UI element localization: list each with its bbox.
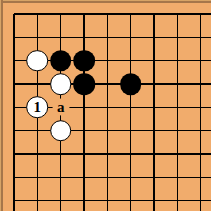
board-cell bbox=[166, 142, 189, 165]
board-cell bbox=[96, 26, 119, 49]
board-cell bbox=[72, 166, 95, 189]
grid-line-horizontal bbox=[189, 60, 211, 62]
grid-line-horizontal bbox=[14, 177, 26, 179]
grid-line-horizontal bbox=[72, 13, 95, 15]
board-cell bbox=[166, 49, 189, 72]
grid-line-horizontal bbox=[72, 177, 95, 179]
grid-line-horizontal bbox=[49, 13, 72, 15]
grid-line-vertical bbox=[200, 14, 202, 26]
grid-line-vertical bbox=[60, 14, 62, 26]
grid-line-horizontal bbox=[96, 200, 119, 202]
board-edge-left bbox=[0, 0, 3, 211]
grid-line-horizontal bbox=[14, 130, 26, 132]
board-cell bbox=[49, 72, 72, 95]
grid-line-horizontal bbox=[166, 130, 189, 132]
grid-line-horizontal bbox=[119, 107, 142, 109]
board-cell bbox=[189, 142, 211, 165]
grid-line-horizontal bbox=[26, 200, 49, 202]
grid-line-horizontal bbox=[14, 200, 26, 202]
grid-line-vertical bbox=[130, 14, 132, 26]
grid-line-horizontal bbox=[142, 13, 165, 15]
board-cell bbox=[142, 142, 165, 165]
grid-line-horizontal bbox=[119, 60, 142, 62]
board-cell bbox=[142, 96, 165, 119]
grid-line-horizontal bbox=[96, 13, 119, 15]
grid-line-horizontal bbox=[96, 60, 119, 62]
board-edge-top bbox=[0, 0, 211, 3]
board-cell bbox=[72, 72, 95, 95]
board-cell bbox=[49, 2, 72, 25]
board-cell bbox=[166, 2, 189, 25]
white-stone-move-1: 1 bbox=[27, 97, 49, 119]
grid-line-horizontal bbox=[14, 153, 26, 155]
board-cell bbox=[2, 166, 25, 189]
grid-line-horizontal bbox=[189, 153, 211, 155]
grid-line-vertical bbox=[177, 14, 179, 26]
board-cell bbox=[26, 142, 49, 165]
grid-line-horizontal bbox=[72, 153, 95, 155]
grid-line-horizontal bbox=[142, 177, 165, 179]
board-cell bbox=[142, 119, 165, 142]
grid-line-horizontal bbox=[166, 177, 189, 179]
grid-line-horizontal bbox=[142, 153, 165, 155]
board-cell bbox=[166, 72, 189, 95]
grid-line-horizontal bbox=[119, 177, 142, 179]
grid-line-horizontal bbox=[119, 200, 142, 202]
grid-line-vertical bbox=[37, 14, 39, 26]
black-stone bbox=[73, 50, 95, 72]
board-cell bbox=[96, 189, 119, 211]
board-cell bbox=[119, 189, 142, 211]
board-cell bbox=[119, 2, 142, 25]
grid-line-horizontal bbox=[166, 107, 189, 109]
board-cell bbox=[96, 166, 119, 189]
board-cell bbox=[119, 142, 142, 165]
board-cell bbox=[166, 166, 189, 189]
board-cell bbox=[72, 49, 95, 72]
board-cell bbox=[26, 189, 49, 211]
grid-line-horizontal bbox=[142, 60, 165, 62]
grid-line-horizontal bbox=[96, 37, 119, 39]
grid-line-horizontal bbox=[96, 153, 119, 155]
board-cell bbox=[166, 119, 189, 142]
board-cell bbox=[96, 49, 119, 72]
board-cell bbox=[2, 26, 25, 49]
board-cell bbox=[189, 166, 211, 189]
grid-line-horizontal bbox=[119, 13, 142, 15]
board-cell bbox=[2, 189, 25, 211]
board-cell bbox=[49, 26, 72, 49]
board-cell bbox=[189, 2, 211, 25]
black-stone bbox=[50, 50, 72, 72]
grid-line-horizontal bbox=[26, 177, 49, 179]
grid-line-horizontal bbox=[142, 200, 165, 202]
board-cell bbox=[72, 96, 95, 119]
grid-line-horizontal bbox=[166, 60, 189, 62]
grid-line-horizontal bbox=[166, 13, 189, 15]
board-cell bbox=[189, 189, 211, 211]
grid-line-horizontal bbox=[96, 83, 119, 85]
board-cell bbox=[26, 2, 49, 25]
board-cell bbox=[26, 26, 49, 49]
grid-line-horizontal bbox=[14, 60, 26, 62]
point-label-a: a bbox=[52, 99, 69, 116]
board-cell bbox=[2, 2, 25, 25]
board-cell bbox=[72, 119, 95, 142]
board-cell bbox=[119, 96, 142, 119]
grid-line-horizontal bbox=[142, 107, 165, 109]
board-cell bbox=[49, 119, 72, 142]
board-cell bbox=[189, 96, 211, 119]
grid-line-horizontal bbox=[189, 37, 211, 39]
grid-line-horizontal bbox=[119, 130, 142, 132]
board-cell bbox=[2, 119, 25, 142]
grid-line-vertical bbox=[153, 14, 155, 26]
white-stone bbox=[27, 50, 49, 72]
board-cell bbox=[49, 142, 72, 165]
board-cell bbox=[142, 2, 165, 25]
board-cell bbox=[2, 49, 25, 72]
board-cell bbox=[166, 96, 189, 119]
board-cell bbox=[166, 189, 189, 211]
board-cell bbox=[2, 96, 25, 119]
board-cell bbox=[189, 26, 211, 49]
board-cell bbox=[2, 72, 25, 95]
board-cell bbox=[72, 189, 95, 211]
board-cell bbox=[189, 72, 211, 95]
board-cell bbox=[26, 49, 49, 72]
board-cell bbox=[142, 72, 165, 95]
grid-line-horizontal bbox=[189, 13, 211, 15]
board-cell bbox=[119, 119, 142, 142]
board-cell bbox=[72, 2, 95, 25]
white-stone bbox=[50, 73, 72, 95]
board-cell bbox=[119, 72, 142, 95]
board-cell bbox=[49, 49, 72, 72]
board-cell bbox=[142, 166, 165, 189]
board-cell: a bbox=[49, 96, 72, 119]
board-cell bbox=[72, 26, 95, 49]
grid-line-horizontal bbox=[72, 107, 95, 109]
board-cell bbox=[142, 26, 165, 49]
board-cell bbox=[96, 96, 119, 119]
grid-line-horizontal bbox=[49, 200, 72, 202]
grid-line-horizontal bbox=[49, 37, 72, 39]
board-cell bbox=[49, 166, 72, 189]
grid-line-horizontal bbox=[72, 37, 95, 39]
grid-line-horizontal bbox=[96, 107, 119, 109]
board-cell bbox=[96, 119, 119, 142]
grid-line-vertical bbox=[13, 14, 15, 26]
grid-line-horizontal bbox=[26, 13, 49, 15]
board-cell bbox=[189, 119, 211, 142]
grid-line-horizontal bbox=[14, 83, 26, 85]
grid-line-horizontal bbox=[72, 130, 95, 132]
grid-line-horizontal bbox=[96, 130, 119, 132]
grid-line-horizontal bbox=[72, 200, 95, 202]
grid-line-horizontal bbox=[142, 37, 165, 39]
board-grid: 1a bbox=[2, 2, 211, 211]
grid-line-vertical bbox=[83, 14, 85, 26]
board-cell bbox=[142, 189, 165, 211]
go-board: 1a bbox=[0, 0, 211, 211]
board-cell bbox=[26, 119, 49, 142]
grid-line-horizontal bbox=[166, 200, 189, 202]
grid-line-horizontal bbox=[26, 130, 49, 132]
grid-line-horizontal bbox=[119, 37, 142, 39]
grid-line-horizontal bbox=[189, 200, 211, 202]
grid-line-horizontal bbox=[14, 107, 26, 109]
grid-line-horizontal bbox=[166, 153, 189, 155]
grid-line-horizontal bbox=[14, 37, 26, 39]
grid-line-horizontal bbox=[189, 83, 211, 85]
grid-line-horizontal bbox=[189, 130, 211, 132]
board-cell bbox=[49, 189, 72, 211]
board-cell bbox=[119, 26, 142, 49]
grid-line-horizontal bbox=[142, 130, 165, 132]
board-cell bbox=[96, 72, 119, 95]
white-stone bbox=[50, 120, 72, 142]
black-stone bbox=[120, 73, 142, 95]
grid-line-horizontal bbox=[189, 177, 211, 179]
board-cell bbox=[26, 72, 49, 95]
grid-line-horizontal bbox=[26, 153, 49, 155]
board-cell bbox=[119, 49, 142, 72]
board-cell bbox=[96, 142, 119, 165]
grid-line-horizontal bbox=[119, 153, 142, 155]
board-cell bbox=[142, 49, 165, 72]
board-cell bbox=[96, 2, 119, 25]
board-cell bbox=[2, 142, 25, 165]
grid-line-horizontal bbox=[14, 13, 26, 15]
board-cell bbox=[26, 166, 49, 189]
grid-line-horizontal bbox=[142, 83, 165, 85]
grid-line-horizontal bbox=[26, 83, 49, 85]
black-stone bbox=[73, 73, 95, 95]
grid-line-vertical bbox=[107, 14, 109, 26]
board-cell: 1 bbox=[26, 96, 49, 119]
board-cell bbox=[166, 26, 189, 49]
grid-line-horizontal bbox=[49, 153, 72, 155]
board-cell bbox=[189, 49, 211, 72]
grid-line-horizontal bbox=[96, 177, 119, 179]
grid-line-horizontal bbox=[166, 37, 189, 39]
board-cell bbox=[119, 166, 142, 189]
grid-line-horizontal bbox=[189, 107, 211, 109]
grid-line-horizontal bbox=[166, 83, 189, 85]
grid-line-horizontal bbox=[49, 177, 72, 179]
board-cell bbox=[72, 142, 95, 165]
grid-line-horizontal bbox=[26, 37, 49, 39]
